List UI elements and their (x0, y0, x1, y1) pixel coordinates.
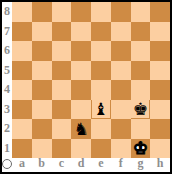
square-h4[interactable] (150, 80, 170, 100)
square-f3[interactable] (111, 100, 131, 120)
rank-label-8: 8 (2, 2, 12, 22)
square-h8[interactable] (150, 2, 170, 22)
square-d2[interactable]: ♞ (71, 119, 91, 139)
rank-label-6: 6 (2, 41, 12, 61)
file-label-e: e (91, 158, 111, 172)
file-label-a: a (12, 158, 32, 172)
square-c4[interactable] (52, 80, 72, 100)
square-f2[interactable] (111, 119, 131, 139)
square-b6[interactable] (32, 41, 52, 61)
square-e5[interactable] (91, 61, 111, 81)
square-a8[interactable] (12, 2, 32, 22)
square-h7[interactable] (150, 22, 170, 42)
square-a3[interactable] (12, 100, 32, 120)
square-c5[interactable] (52, 61, 72, 81)
square-d1[interactable] (71, 139, 91, 159)
square-f5[interactable] (111, 61, 131, 81)
square-c1[interactable] (52, 139, 72, 159)
square-a2[interactable] (12, 119, 32, 139)
chess-diagram: 876543♝♚2♞1♚abcdefgh (0, 0, 172, 174)
square-g6[interactable] (131, 41, 151, 61)
black-knight[interactable]: ♞ (72, 120, 90, 138)
file-label-g: g (131, 158, 151, 172)
square-h3[interactable] (150, 100, 170, 120)
square-h1[interactable] (150, 139, 170, 159)
square-b3[interactable] (32, 100, 52, 120)
square-g7[interactable] (131, 22, 151, 42)
square-f4[interactable] (111, 80, 131, 100)
rank-label-2: 2 (2, 119, 12, 139)
square-c8[interactable] (52, 2, 72, 22)
square-f7[interactable] (111, 22, 131, 42)
file-label-b: b (32, 158, 52, 172)
square-f6[interactable] (111, 41, 131, 61)
square-g2[interactable] (131, 119, 151, 139)
square-g4[interactable] (131, 80, 151, 100)
square-d5[interactable] (71, 61, 91, 81)
file-label-f: f (111, 158, 131, 172)
rank-label-3: 3 (2, 100, 12, 120)
square-b5[interactable] (32, 61, 52, 81)
square-a1[interactable] (12, 139, 32, 159)
rank-label-7: 7 (2, 22, 12, 42)
square-d8[interactable] (71, 2, 91, 22)
square-b2[interactable] (32, 119, 52, 139)
square-f8[interactable] (111, 2, 131, 22)
square-e6[interactable] (91, 41, 111, 61)
square-b7[interactable] (32, 22, 52, 42)
square-h6[interactable] (150, 41, 170, 61)
square-a5[interactable] (12, 61, 32, 81)
square-e7[interactable] (91, 22, 111, 42)
square-e3[interactable]: ♝ (91, 100, 111, 120)
square-e8[interactable] (91, 2, 111, 22)
square-c2[interactable] (52, 119, 72, 139)
square-c7[interactable] (52, 22, 72, 42)
square-d7[interactable] (71, 22, 91, 42)
square-c6[interactable] (52, 41, 72, 61)
square-a7[interactable] (12, 22, 32, 42)
rank-label-5: 5 (2, 61, 12, 81)
square-f1[interactable] (111, 139, 131, 159)
file-label-h: h (150, 158, 170, 172)
file-label-c: c (52, 158, 72, 172)
square-g1[interactable]: ♚ (131, 139, 151, 159)
square-g8[interactable] (131, 2, 151, 22)
square-h5[interactable] (150, 61, 170, 81)
rank-label-4: 4 (2, 80, 12, 100)
white-to-move-icon (2, 159, 12, 169)
square-e2[interactable] (91, 119, 111, 139)
square-a6[interactable] (12, 41, 32, 61)
square-d4[interactable] (71, 80, 91, 100)
square-d6[interactable] (71, 41, 91, 61)
rank-label-1: 1 (2, 139, 12, 159)
square-e1[interactable] (91, 139, 111, 159)
square-e4[interactable] (91, 80, 111, 100)
white-king[interactable]: ♚ (131, 139, 149, 157)
square-b4[interactable] (32, 80, 52, 100)
square-b8[interactable] (32, 2, 52, 22)
file-label-d: d (71, 158, 91, 172)
square-g5[interactable] (131, 61, 151, 81)
square-a4[interactable] (12, 80, 32, 100)
square-d3[interactable] (71, 100, 91, 120)
square-b1[interactable] (32, 139, 52, 159)
square-c3[interactable] (52, 100, 72, 120)
chess-board: 876543♝♚2♞1♚abcdefgh (2, 2, 170, 172)
side-to-move-cell (2, 158, 12, 172)
square-g3[interactable]: ♚ (131, 100, 151, 120)
black-bishop[interactable]: ♝ (92, 100, 110, 118)
black-king[interactable]: ♚ (131, 100, 149, 118)
square-h2[interactable] (150, 119, 170, 139)
